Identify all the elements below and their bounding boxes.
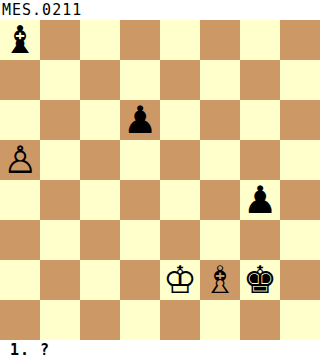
square-h5[interactable]	[280, 140, 320, 180]
square-d5[interactable]	[120, 140, 160, 180]
square-b4[interactable]	[40, 180, 80, 220]
square-h4[interactable]	[280, 180, 320, 220]
square-e8[interactable]	[160, 20, 200, 60]
square-d8[interactable]	[120, 20, 160, 60]
square-g8[interactable]	[240, 20, 280, 60]
square-g1[interactable]	[240, 300, 280, 340]
square-d3[interactable]	[120, 220, 160, 260]
square-g7[interactable]	[240, 60, 280, 100]
square-c5[interactable]	[80, 140, 120, 180]
square-f8[interactable]	[200, 20, 240, 60]
square-e3[interactable]	[160, 220, 200, 260]
square-c3[interactable]	[80, 220, 120, 260]
square-g2[interactable]: ♚	[240, 260, 280, 300]
square-c6[interactable]	[80, 100, 120, 140]
square-b3[interactable]	[40, 220, 80, 260]
puzzle-title: MES.0211	[2, 1, 82, 19]
square-g6[interactable]	[240, 100, 280, 140]
square-h7[interactable]	[280, 60, 320, 100]
square-e6[interactable]	[160, 100, 200, 140]
square-d7[interactable]	[120, 60, 160, 100]
chess-board: ♝♟♙♟♔♗♚	[0, 20, 320, 340]
square-d4[interactable]	[120, 180, 160, 220]
piece-black-pawn[interactable]: ♟	[243, 180, 277, 220]
square-b7[interactable]	[40, 60, 80, 100]
square-a4[interactable]	[0, 180, 40, 220]
title-bar: MES.0211	[0, 0, 320, 20]
piece-black-king[interactable]: ♚	[243, 260, 277, 300]
square-c4[interactable]	[80, 180, 120, 220]
square-g5[interactable]	[240, 140, 280, 180]
square-f5[interactable]	[200, 140, 240, 180]
square-b2[interactable]	[40, 260, 80, 300]
square-h2[interactable]	[280, 260, 320, 300]
square-a6[interactable]	[0, 100, 40, 140]
square-a2[interactable]	[0, 260, 40, 300]
square-e4[interactable]	[160, 180, 200, 220]
square-f1[interactable]	[200, 300, 240, 340]
square-f7[interactable]	[200, 60, 240, 100]
square-c2[interactable]	[80, 260, 120, 300]
square-b8[interactable]	[40, 20, 80, 60]
square-g3[interactable]	[240, 220, 280, 260]
square-d6[interactable]: ♟	[120, 100, 160, 140]
square-e7[interactable]	[160, 60, 200, 100]
square-h6[interactable]	[280, 100, 320, 140]
square-e5[interactable]	[160, 140, 200, 180]
square-f3[interactable]	[200, 220, 240, 260]
square-b1[interactable]	[40, 300, 80, 340]
square-a8[interactable]: ♝	[0, 20, 40, 60]
square-e2[interactable]: ♔	[160, 260, 200, 300]
square-d1[interactable]	[120, 300, 160, 340]
piece-black-pawn[interactable]: ♟	[123, 100, 157, 140]
piece-black-bishop[interactable]: ♝	[3, 20, 37, 60]
square-d2[interactable]	[120, 260, 160, 300]
square-g4[interactable]: ♟	[240, 180, 280, 220]
piece-white-bishop[interactable]: ♗	[203, 260, 237, 300]
square-c7[interactable]	[80, 60, 120, 100]
piece-white-king[interactable]: ♔	[163, 260, 197, 300]
square-e1[interactable]	[160, 300, 200, 340]
square-b5[interactable]	[40, 140, 80, 180]
square-h1[interactable]	[280, 300, 320, 340]
square-a1[interactable]	[0, 300, 40, 340]
square-a3[interactable]	[0, 220, 40, 260]
move-prompt: 1. ?	[10, 341, 50, 359]
square-h8[interactable]	[280, 20, 320, 60]
footer-bar: 1. ?	[0, 340, 320, 360]
square-c8[interactable]	[80, 20, 120, 60]
square-b6[interactable]	[40, 100, 80, 140]
square-h3[interactable]	[280, 220, 320, 260]
square-a7[interactable]	[0, 60, 40, 100]
piece-white-pawn[interactable]: ♙	[3, 140, 37, 180]
square-f2[interactable]: ♗	[200, 260, 240, 300]
square-f6[interactable]	[200, 100, 240, 140]
chess-puzzle-screen: MES.0211 ♝♟♙♟♔♗♚ 1. ?	[0, 0, 320, 360]
square-c1[interactable]	[80, 300, 120, 340]
square-f4[interactable]	[200, 180, 240, 220]
square-a5[interactable]: ♙	[0, 140, 40, 180]
